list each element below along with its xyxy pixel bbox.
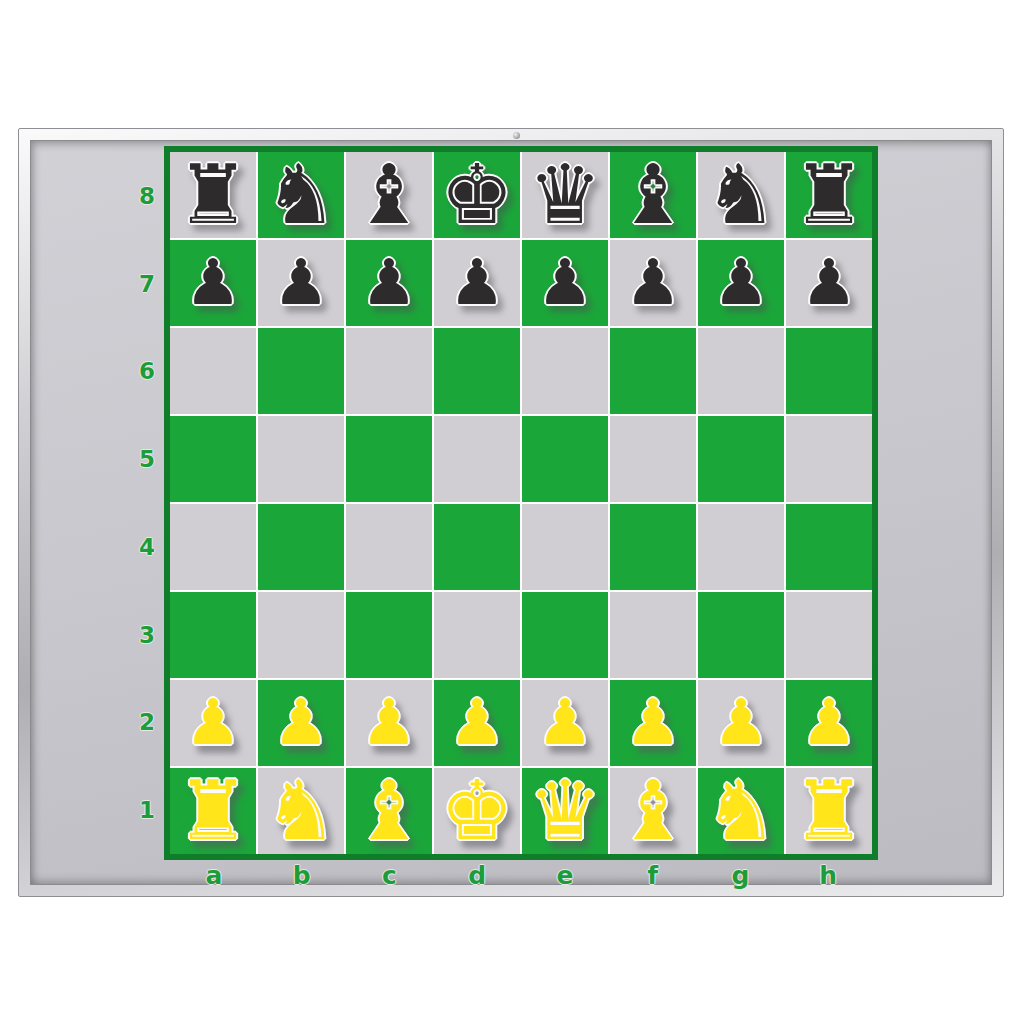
black-pawn-a7: ♟ — [185, 240, 241, 326]
square-c8: ♝ — [346, 152, 432, 238]
black-queen-e8: ♛ — [528, 152, 602, 238]
square-h5 — [786, 416, 872, 502]
black-pawn-g7: ♟ — [713, 240, 769, 326]
yellow-king-d1: ♚ — [440, 768, 514, 854]
square-h3 — [786, 592, 872, 678]
square-c6 — [346, 328, 432, 414]
square-f1: ♝ — [610, 768, 696, 854]
square-g5 — [698, 416, 784, 502]
rank-labels: 87654321 — [133, 152, 161, 854]
file-label-a: a — [170, 863, 258, 887]
square-d1: ♚ — [434, 768, 520, 854]
black-bishop-f8: ♝ — [616, 152, 690, 238]
rank-label-7: 7 — [133, 240, 161, 328]
square-e3 — [522, 592, 608, 678]
file-label-c: c — [346, 863, 434, 887]
product-photo-scene: 87654321 ♜♞♝♚♛♝♞♜♟♟♟♟♟♟♟♟♟♟♟♟♟♟♟♟♜♞♝♚♛♝♞… — [0, 0, 1024, 1024]
square-e4 — [522, 504, 608, 590]
square-b2: ♟ — [258, 680, 344, 766]
yellow-pawn-a2: ♟ — [185, 680, 241, 766]
file-label-d: d — [433, 863, 521, 887]
square-e8: ♛ — [522, 152, 608, 238]
rank-label-6: 6 — [133, 328, 161, 416]
black-pawn-d7: ♟ — [449, 240, 505, 326]
square-h6 — [786, 328, 872, 414]
black-pawn-e7: ♟ — [537, 240, 593, 326]
yellow-pawn-h2: ♟ — [801, 680, 857, 766]
square-h1: ♜ — [786, 768, 872, 854]
square-a2: ♟ — [170, 680, 256, 766]
rank-label-5: 5 — [133, 415, 161, 503]
square-a8: ♜ — [170, 152, 256, 238]
square-h8: ♜ — [786, 152, 872, 238]
square-e5 — [522, 416, 608, 502]
square-c5 — [346, 416, 432, 502]
square-b7: ♟ — [258, 240, 344, 326]
square-b3 — [258, 592, 344, 678]
yellow-rook-h1: ♜ — [792, 768, 866, 854]
yellow-pawn-c2: ♟ — [361, 680, 417, 766]
board-margin: 87654321 ♜♞♝♚♛♝♞♜♟♟♟♟♟♟♟♟♟♟♟♟♟♟♟♟♜♞♝♚♛♝♞… — [30, 140, 992, 885]
square-c3 — [346, 592, 432, 678]
square-g8: ♞ — [698, 152, 784, 238]
wall-board-frame: 87654321 ♜♞♝♚♛♝♞♜♟♟♟♟♟♟♟♟♟♟♟♟♟♟♟♟♜♞♝♚♛♝♞… — [18, 128, 1004, 897]
yellow-pawn-b2: ♟ — [273, 680, 329, 766]
square-c4 — [346, 504, 432, 590]
square-f7: ♟ — [610, 240, 696, 326]
square-f3 — [610, 592, 696, 678]
square-a7: ♟ — [170, 240, 256, 326]
square-c7: ♟ — [346, 240, 432, 326]
yellow-queen-e1: ♛ — [528, 768, 602, 854]
square-d2: ♟ — [434, 680, 520, 766]
yellow-pawn-g2: ♟ — [713, 680, 769, 766]
square-d3 — [434, 592, 520, 678]
square-h2: ♟ — [786, 680, 872, 766]
square-d4 — [434, 504, 520, 590]
black-rook-h8: ♜ — [792, 152, 866, 238]
square-b8: ♞ — [258, 152, 344, 238]
square-e1: ♛ — [522, 768, 608, 854]
chess-board: ♜♞♝♚♛♝♞♜♟♟♟♟♟♟♟♟♟♟♟♟♟♟♟♟♜♞♝♚♛♝♞♜ — [164, 146, 878, 860]
square-g4 — [698, 504, 784, 590]
black-pawn-h7: ♟ — [801, 240, 857, 326]
rank-label-8: 8 — [133, 152, 161, 240]
file-label-g: g — [697, 863, 785, 887]
square-f6 — [610, 328, 696, 414]
black-king-d8: ♚ — [440, 152, 514, 238]
square-f2: ♟ — [610, 680, 696, 766]
square-e6 — [522, 328, 608, 414]
yellow-rook-a1: ♜ — [176, 768, 250, 854]
rank-label-2: 2 — [133, 679, 161, 767]
file-label-b: b — [258, 863, 346, 887]
square-h4 — [786, 504, 872, 590]
square-a3 — [170, 592, 256, 678]
square-b6 — [258, 328, 344, 414]
square-a5 — [170, 416, 256, 502]
square-h7: ♟ — [786, 240, 872, 326]
file-labels: abcdefgh — [170, 863, 872, 887]
black-pawn-c7: ♟ — [361, 240, 417, 326]
square-f4 — [610, 504, 696, 590]
square-b1: ♞ — [258, 768, 344, 854]
square-c2: ♟ — [346, 680, 432, 766]
yellow-pawn-f2: ♟ — [625, 680, 681, 766]
yellow-bishop-c1: ♝ — [352, 768, 426, 854]
square-g3 — [698, 592, 784, 678]
square-f8: ♝ — [610, 152, 696, 238]
black-bishop-c8: ♝ — [352, 152, 426, 238]
square-d6 — [434, 328, 520, 414]
frame-screw — [513, 132, 520, 139]
square-b4 — [258, 504, 344, 590]
black-rook-a8: ♜ — [176, 152, 250, 238]
square-e7: ♟ — [522, 240, 608, 326]
square-g1: ♞ — [698, 768, 784, 854]
black-pawn-b7: ♟ — [273, 240, 329, 326]
rank-label-1: 1 — [133, 766, 161, 854]
black-pawn-f7: ♟ — [625, 240, 681, 326]
board-grid: ♜♞♝♚♛♝♞♜♟♟♟♟♟♟♟♟♟♟♟♟♟♟♟♟♜♞♝♚♛♝♞♜ — [170, 152, 872, 854]
square-a6 — [170, 328, 256, 414]
square-f5 — [610, 416, 696, 502]
square-d5 — [434, 416, 520, 502]
black-knight-g8: ♞ — [704, 152, 778, 238]
square-e2: ♟ — [522, 680, 608, 766]
yellow-pawn-e2: ♟ — [537, 680, 593, 766]
black-knight-b8: ♞ — [264, 152, 338, 238]
square-g2: ♟ — [698, 680, 784, 766]
square-c1: ♝ — [346, 768, 432, 854]
file-label-e: e — [521, 863, 609, 887]
yellow-pawn-d2: ♟ — [449, 680, 505, 766]
square-d7: ♟ — [434, 240, 520, 326]
square-g7: ♟ — [698, 240, 784, 326]
file-label-f: f — [609, 863, 697, 887]
square-b5 — [258, 416, 344, 502]
yellow-bishop-f1: ♝ — [616, 768, 690, 854]
file-label-h: h — [784, 863, 872, 887]
yellow-knight-g1: ♞ — [704, 768, 778, 854]
square-a1: ♜ — [170, 768, 256, 854]
rank-label-3: 3 — [133, 591, 161, 679]
square-d8: ♚ — [434, 152, 520, 238]
rank-label-4: 4 — [133, 503, 161, 591]
yellow-knight-b1: ♞ — [264, 768, 338, 854]
square-g6 — [698, 328, 784, 414]
square-a4 — [170, 504, 256, 590]
